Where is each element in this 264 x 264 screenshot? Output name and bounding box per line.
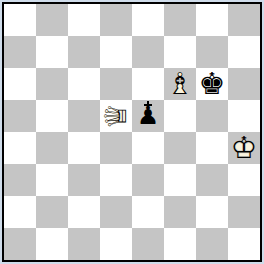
square-e4[interactable]	[132, 132, 164, 164]
square-c8[interactable]	[68, 4, 100, 36]
square-f6[interactable]: ♝♗	[164, 68, 196, 100]
square-b6[interactable]	[36, 68, 68, 100]
square-b1[interactable]	[36, 228, 68, 260]
square-h8[interactable]	[228, 4, 260, 36]
square-f2[interactable]	[164, 196, 196, 228]
black-king-icon: ♚	[196, 68, 228, 100]
square-d7[interactable]	[100, 36, 132, 68]
black-pawn-with-cross-piece[interactable]: ♟	[132, 100, 164, 132]
square-c3[interactable]	[68, 164, 100, 196]
white-bishop-piece[interactable]: ♝♗	[164, 68, 196, 100]
square-e2[interactable]	[132, 196, 164, 228]
square-a4[interactable]	[4, 132, 36, 164]
square-d6[interactable]	[100, 68, 132, 100]
white-bishop-icon: ♗	[164, 68, 196, 100]
square-h6[interactable]	[228, 68, 260, 100]
white-king-piece[interactable]: ♚♔	[228, 132, 260, 164]
square-c4[interactable]	[68, 132, 100, 164]
square-g2[interactable]	[196, 196, 228, 228]
white-queen-rotated-piece[interactable]: ♛♕	[100, 100, 132, 132]
square-g4[interactable]	[196, 132, 228, 164]
black-pawn-with-cross-icon: ♟	[132, 100, 164, 132]
square-a8[interactable]	[4, 4, 36, 36]
square-h7[interactable]	[228, 36, 260, 68]
square-a6[interactable]	[4, 68, 36, 100]
square-d1[interactable]	[100, 228, 132, 260]
square-g8[interactable]	[196, 4, 228, 36]
square-f3[interactable]	[164, 164, 196, 196]
square-e7[interactable]	[132, 36, 164, 68]
square-g5[interactable]	[196, 100, 228, 132]
square-b3[interactable]	[36, 164, 68, 196]
square-h3[interactable]	[228, 164, 260, 196]
square-d8[interactable]	[100, 4, 132, 36]
square-d2[interactable]	[100, 196, 132, 228]
square-g3[interactable]	[196, 164, 228, 196]
square-b8[interactable]	[36, 4, 68, 36]
square-b2[interactable]	[36, 196, 68, 228]
square-h5[interactable]	[228, 100, 260, 132]
square-e5[interactable]: ♟	[132, 100, 164, 132]
square-b4[interactable]	[36, 132, 68, 164]
square-f1[interactable]	[164, 228, 196, 260]
square-f5[interactable]	[164, 100, 196, 132]
black-king-piece[interactable]: ♚	[196, 68, 228, 100]
square-f8[interactable]	[164, 4, 196, 36]
square-a7[interactable]	[4, 36, 36, 68]
square-a2[interactable]	[4, 196, 36, 228]
square-f4[interactable]	[164, 132, 196, 164]
square-g1[interactable]	[196, 228, 228, 260]
square-a5[interactable]	[4, 100, 36, 132]
square-c5[interactable]	[68, 100, 100, 132]
square-e8[interactable]	[132, 4, 164, 36]
square-d5[interactable]: ♛♕	[100, 100, 132, 132]
square-e6[interactable]	[132, 68, 164, 100]
chess-board[interactable]: ♝♗♚♛♕♟♚♔	[4, 4, 260, 260]
square-b7[interactable]	[36, 36, 68, 68]
square-c1[interactable]	[68, 228, 100, 260]
square-e3[interactable]	[132, 164, 164, 196]
square-c6[interactable]	[68, 68, 100, 100]
white-queen-rotated-icon: ♕	[100, 100, 132, 132]
square-h1[interactable]	[228, 228, 260, 260]
square-g7[interactable]	[196, 36, 228, 68]
diagram-outer-margin: ♝♗♚♛♕♟♚♔	[0, 0, 264, 264]
square-e1[interactable]	[132, 228, 164, 260]
white-king-icon: ♔	[228, 132, 260, 164]
square-d4[interactable]	[100, 132, 132, 164]
square-a1[interactable]	[4, 228, 36, 260]
square-b5[interactable]	[36, 100, 68, 132]
square-h4[interactable]: ♚♔	[228, 132, 260, 164]
board-border: ♝♗♚♛♕♟♚♔	[2, 2, 262, 262]
square-a3[interactable]	[4, 164, 36, 196]
square-g6[interactable]: ♚	[196, 68, 228, 100]
square-c2[interactable]	[68, 196, 100, 228]
square-d3[interactable]	[100, 164, 132, 196]
square-c7[interactable]	[68, 36, 100, 68]
square-f7[interactable]	[164, 36, 196, 68]
square-h2[interactable]	[228, 196, 260, 228]
